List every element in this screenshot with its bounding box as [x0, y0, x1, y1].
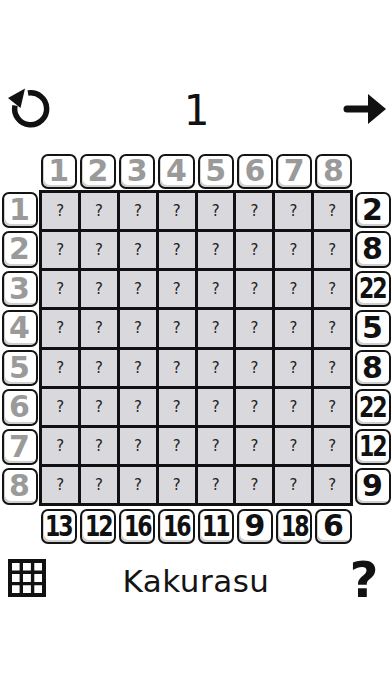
cell-r1c8[interactable]: ? [314, 193, 350, 229]
col-sum-1: 13 [41, 509, 77, 544]
help-button[interactable]: ? [346, 552, 382, 608]
cell-r4c8[interactable]: ? [314, 310, 350, 346]
cell-r3c5[interactable]: ? [198, 271, 234, 307]
col-header-6: 6 [237, 154, 273, 189]
col-sum-5: 11 [198, 509, 234, 544]
cell-r8c2[interactable]: ? [81, 467, 117, 503]
col-sum-7: 18 [276, 509, 312, 544]
cell-r8c6[interactable]: ? [236, 467, 272, 503]
board: 12345678 12345678 ??????????????????????… [0, 152, 392, 546]
cell-r6c3[interactable]: ? [120, 389, 156, 425]
row-header-8: 8 [2, 468, 38, 505]
cell-r3c1[interactable]: ? [42, 271, 78, 307]
cell-r4c5[interactable]: ? [198, 310, 234, 346]
row-sum-6: 22 [355, 389, 391, 426]
cell-r4c4[interactable]: ? [159, 310, 195, 346]
top-bar: 1 [0, 84, 392, 140]
cell-r7c3[interactable]: ? [120, 428, 156, 464]
cell-r7c7[interactable]: ? [275, 428, 311, 464]
cell-r5c6[interactable]: ? [236, 350, 272, 386]
cell-r7c1[interactable]: ? [42, 428, 78, 464]
row-header-3: 3 [2, 271, 38, 308]
cell-r5c2[interactable]: ? [81, 350, 117, 386]
bottom-bar: Kakurasu ? [0, 552, 392, 612]
col-sum-value: 6 [323, 511, 344, 541]
cell-r7c2[interactable]: ? [81, 428, 117, 464]
col-header-1: 1 [41, 154, 77, 189]
level-indicator: 1 [0, 87, 392, 135]
col-sum-8: 6 [315, 509, 351, 544]
row-sum-value: 22 [359, 274, 385, 303]
row-sum-4: 5 [355, 310, 391, 347]
cell-r5c5[interactable]: ? [198, 350, 234, 386]
cell-r3c6[interactable]: ? [236, 271, 272, 307]
col-sum-value: 13 [46, 512, 72, 541]
cell-r6c2[interactable]: ? [81, 389, 117, 425]
cell-r1c7[interactable]: ? [275, 193, 311, 229]
cell-r7c4[interactable]: ? [159, 428, 195, 464]
col-header-4: 4 [158, 154, 194, 189]
col-sum-value: 18 [281, 512, 307, 541]
cell-r4c7[interactable]: ? [275, 310, 311, 346]
cell-r7c5[interactable]: ? [198, 428, 234, 464]
row-sum-value: 22 [359, 393, 385, 422]
cell-r6c5[interactable]: ? [198, 389, 234, 425]
cell-r1c4[interactable]: ? [159, 193, 195, 229]
cell-r6c1[interactable]: ? [42, 389, 78, 425]
next-puzzle-button[interactable] [343, 91, 387, 131]
row-sum-value: 2 [362, 195, 383, 225]
col-headers: 12345678 [39, 152, 353, 190]
row-header-6: 6 [2, 389, 38, 426]
cell-r8c7[interactable]: ? [275, 467, 311, 503]
row-header-4: 4 [2, 310, 38, 347]
cell-r1c5[interactable]: ? [198, 193, 234, 229]
question-mark-icon: ? [349, 551, 378, 609]
cell-r4c2[interactable]: ? [81, 310, 117, 346]
col-sum-6: 9 [237, 509, 273, 544]
cell-r3c7[interactable]: ? [275, 271, 311, 307]
app-title: Kakurasu [0, 563, 392, 599]
cell-r4c6[interactable]: ? [236, 310, 272, 346]
cell-r5c3[interactable]: ? [120, 350, 156, 386]
cell-r8c4[interactable]: ? [159, 467, 195, 503]
col-header-8: 8 [315, 154, 351, 189]
col-header-5: 5 [198, 154, 234, 189]
cell-r3c2[interactable]: ? [81, 271, 117, 307]
col-sum-3: 16 [119, 509, 155, 544]
cell-r3c4[interactable]: ? [159, 271, 195, 307]
row-sum-value: 12 [359, 432, 385, 461]
cell-r2c4[interactable]: ? [159, 232, 195, 268]
cell-grid: ????????????????????????????????????????… [39, 190, 353, 506]
cell-r2c7[interactable]: ? [275, 232, 311, 268]
cell-r1c6[interactable]: ? [236, 193, 272, 229]
row-sum-2: 8 [355, 231, 391, 268]
row-sum-value: 8 [362, 353, 383, 383]
cell-r6c7[interactable]: ? [275, 389, 311, 425]
row-sum-1: 2 [355, 192, 391, 229]
cell-r8c1[interactable]: ? [42, 467, 78, 503]
cell-r8c8[interactable]: ? [314, 467, 350, 503]
cell-r7c6[interactable]: ? [236, 428, 272, 464]
row-sum-7: 12 [355, 429, 391, 466]
cell-r4c3[interactable]: ? [120, 310, 156, 346]
row-header-1: 1 [2, 192, 38, 229]
cell-r8c3[interactable]: ? [120, 467, 156, 503]
cell-r6c4[interactable]: ? [159, 389, 195, 425]
right-arrow-icon [343, 89, 387, 133]
col-header-7: 7 [276, 154, 312, 189]
col-sum-value: 16 [124, 512, 150, 541]
cell-r5c7[interactable]: ? [275, 350, 311, 386]
row-sum-value: 9 [362, 471, 383, 501]
col-header-2: 2 [80, 154, 116, 189]
cell-r2c8[interactable]: ? [314, 232, 350, 268]
row-header-5: 5 [2, 350, 38, 387]
cell-r5c4[interactable]: ? [159, 350, 195, 386]
col-sum-4: 16 [158, 509, 194, 544]
row-sum-8: 9 [355, 468, 391, 505]
cell-r3c3[interactable]: ? [120, 271, 156, 307]
cell-r2c2[interactable]: ? [81, 232, 117, 268]
cell-r3c8[interactable]: ? [314, 271, 350, 307]
row-header-2: 2 [2, 231, 38, 268]
cell-r2c1[interactable]: ? [42, 232, 78, 268]
row-sums: 28225822129 [353, 190, 392, 506]
row-headers: 12345678 [0, 190, 39, 506]
col-sum-value: 12 [85, 512, 111, 541]
row-sum-5: 8 [355, 350, 391, 387]
row-sum-value: 5 [362, 313, 383, 343]
cell-r6c6[interactable]: ? [236, 389, 272, 425]
col-sum-value: 16 [163, 512, 189, 541]
cell-r2c6[interactable]: ? [236, 232, 272, 268]
cell-r4c1[interactable]: ? [42, 310, 78, 346]
row-sum-value: 8 [362, 234, 383, 264]
col-sum-value: 11 [203, 512, 229, 541]
cell-r7c8[interactable]: ? [314, 428, 350, 464]
col-sums: 13121616119186 [39, 507, 353, 545]
cell-r5c1[interactable]: ? [42, 350, 78, 386]
row-header-7: 7 [2, 429, 38, 466]
cell-r5c8[interactable]: ? [314, 350, 350, 386]
cell-r6c8[interactable]: ? [314, 389, 350, 425]
cell-r2c3[interactable]: ? [120, 232, 156, 268]
cell-r1c2[interactable]: ? [81, 193, 117, 229]
cell-r1c1[interactable]: ? [42, 193, 78, 229]
cell-r1c3[interactable]: ? [120, 193, 156, 229]
cell-r2c5[interactable]: ? [198, 232, 234, 268]
col-sum-2: 12 [80, 509, 116, 544]
col-sum-value: 9 [244, 511, 265, 541]
row-sum-3: 22 [355, 271, 391, 308]
col-header-3: 3 [119, 154, 155, 189]
cell-r8c5[interactable]: ? [198, 467, 234, 503]
